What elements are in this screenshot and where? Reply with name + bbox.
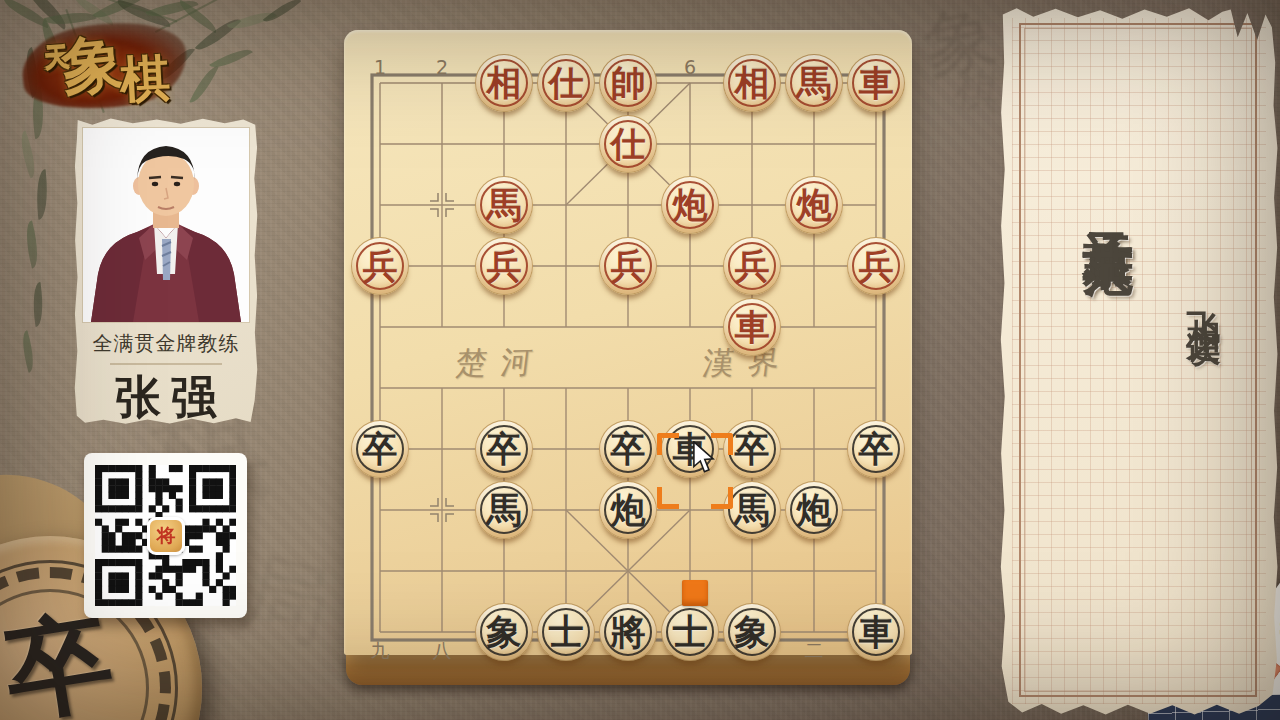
piece-glyph: 車 (859, 65, 894, 100)
piece-black-炮[interactable]: 炮 (785, 481, 843, 539)
piece-glyph: 象 (487, 614, 522, 649)
piece-glyph: 兵 (735, 248, 770, 283)
piece-glyph: 帥 (611, 65, 646, 100)
piece-black-將[interactable]: 將 (599, 603, 657, 661)
piece-red-帥[interactable]: 帥 (599, 54, 657, 112)
piece-glyph: 將 (611, 614, 646, 649)
piece-glyph: 卒 (487, 431, 522, 466)
piece-red-仕[interactable]: 仕 (599, 115, 657, 173)
piece-red-相[interactable]: 相 (475, 54, 533, 112)
xiangqi-board: 123456789九八七六五四三二一 楚河 漢界 相仕帥相馬車仕馬炮炮兵兵兵兵兵… (344, 30, 912, 685)
piece-red-炮[interactable]: 炮 (785, 176, 843, 234)
piece-glyph: 卒 (611, 431, 646, 466)
piece-red-仕[interactable]: 仕 (537, 54, 595, 112)
piece-glyph: 仕 (611, 126, 646, 161)
piece-glyph: 馬 (487, 187, 522, 222)
piece-black-士[interactable]: 士 (537, 603, 595, 661)
piece-glyph: 炮 (673, 187, 708, 222)
coach-title: 全满贯金牌教练 (74, 330, 258, 357)
coach-name: 张强 (74, 367, 258, 429)
panel-inner-border (1024, 28, 1252, 692)
piece-glyph: 相 (487, 65, 522, 100)
piece-glyph: 士 (673, 614, 708, 649)
piece-red-車[interactable]: 車 (847, 54, 905, 112)
piece-glyph: 炮 (797, 492, 832, 527)
piece-black-炮[interactable]: 炮 (599, 481, 657, 539)
piece-red-車[interactable]: 車 (723, 298, 781, 356)
coach-portrait (83, 128, 249, 322)
lesson-panel: 运子攻杀典范 飞相之误 (1000, 6, 1278, 716)
piece-red-兵[interactable]: 兵 (599, 237, 657, 295)
piece-black-馬[interactable]: 馬 (475, 481, 533, 539)
piece-red-兵[interactable]: 兵 (475, 237, 533, 295)
piece-red-兵[interactable]: 兵 (847, 237, 905, 295)
coach-card: 全满贯金牌教练 张强 (74, 117, 258, 425)
piece-glyph: 仕 (549, 65, 584, 100)
qr-card: 将 (84, 453, 247, 618)
logo-main-char-2: 棋 (119, 53, 172, 106)
piece-black-卒[interactable]: 卒 (475, 420, 533, 478)
piece-glyph: 車 (735, 309, 770, 344)
piece-glyph: 馬 (735, 492, 770, 527)
piece-glyph: 車 (859, 614, 894, 649)
piece-glyph: 象 (735, 614, 770, 649)
piece-glyph: 炮 (611, 492, 646, 527)
piece-glyph: 兵 (487, 248, 522, 283)
piece-glyph: 士 (549, 614, 584, 649)
coach-photo (83, 128, 249, 322)
bamboo-leaf (21, 220, 44, 268)
piece-red-相[interactable]: 相 (723, 54, 781, 112)
ink-watermark: 象 (915, 0, 1005, 96)
piece-glyph: 相 (735, 65, 770, 100)
piece-glyph: 卒 (363, 431, 398, 466)
piece-glyph: 卒 (735, 431, 770, 466)
piece-black-象[interactable]: 象 (723, 603, 781, 661)
pieces-grid: 相仕帥相馬車仕馬炮炮兵兵兵兵兵車卒卒卒車卒卒馬炮馬炮象士將士象車 (349, 52, 907, 662)
piece-black-象[interactable]: 象 (475, 603, 533, 661)
piece-black-士[interactable]: 士 (661, 603, 719, 661)
piece-glyph: 兵 (611, 248, 646, 283)
logo-main-char-1: 象 (59, 31, 127, 99)
bamboo-leaf (33, 169, 50, 219)
piece-glyph: 炮 (797, 187, 832, 222)
qr-app-icon-glyph: 将 (157, 523, 176, 549)
piece-black-卒[interactable]: 卒 (723, 420, 781, 478)
bamboo-leaf (209, 43, 253, 75)
bamboo-leaf (227, 5, 277, 36)
ink-watermark: 棋 (951, 57, 1005, 125)
lesson-subtitle: 飞相之误 (1181, 284, 1227, 312)
piece-red-兵[interactable]: 兵 (723, 237, 781, 295)
piece-glyph: 馬 (487, 492, 522, 527)
bamboo-leaf (17, 330, 38, 373)
last-move-from-marker (682, 580, 708, 606)
divider (110, 363, 222, 365)
qr-app-icon: 将 (147, 517, 185, 555)
lesson-title: 运子攻杀典范 (1074, 189, 1143, 207)
bamboo-leaf (14, 131, 41, 179)
piece-red-兵[interactable]: 兵 (351, 237, 409, 295)
piece-black-卒[interactable]: 卒 (847, 420, 905, 478)
piece-glyph: 兵 (363, 248, 398, 283)
piece-red-炮[interactable]: 炮 (661, 176, 719, 234)
piece-black-卒[interactable]: 卒 (599, 420, 657, 478)
piece-black-馬[interactable]: 馬 (723, 481, 781, 539)
piece-glyph: 兵 (859, 248, 894, 283)
bamboo-leaf (263, 0, 302, 28)
piece-black-車[interactable]: 車 (847, 603, 905, 661)
piece-black-卒[interactable]: 卒 (351, 420, 409, 478)
piece-glyph: 車 (673, 431, 708, 466)
piece-red-馬[interactable]: 馬 (475, 176, 533, 234)
piece-glyph: 馬 (797, 65, 832, 100)
piece-glyph: 卒 (859, 431, 894, 466)
piece-red-馬[interactable]: 馬 (785, 54, 843, 112)
app-logo: 天天 象 棋 (12, 8, 212, 118)
logo-prefix-text: 天天 (42, 23, 68, 29)
bamboo-leaf (29, 282, 46, 327)
piece-black-車[interactable]: 車 (661, 420, 719, 478)
